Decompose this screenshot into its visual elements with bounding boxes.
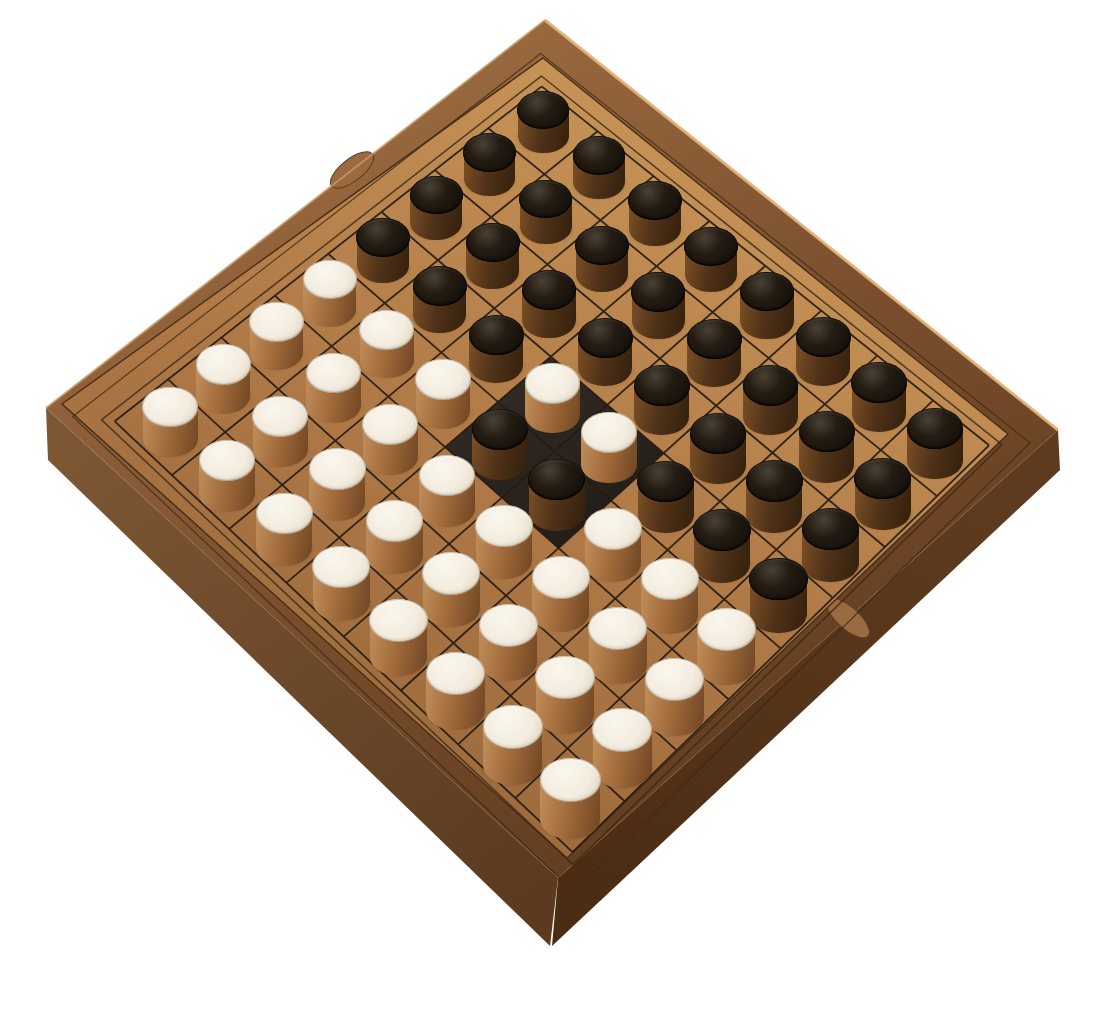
disc-top: [309, 448, 366, 490]
disc-top: [854, 458, 911, 500]
disc-white[interactable]: [199, 440, 256, 512]
disc-top: [631, 272, 685, 312]
disc-black[interactable]: [740, 272, 794, 339]
disc-top: [532, 556, 590, 599]
disc-white[interactable]: [415, 359, 471, 429]
disc-white[interactable]: [641, 558, 699, 634]
disc-top: [422, 552, 480, 595]
disc-white[interactable]: [303, 260, 357, 327]
disc-white[interactable]: [419, 455, 476, 528]
disc-top: [362, 404, 418, 445]
disc-top: [628, 181, 681, 220]
disc-black[interactable]: [684, 227, 738, 293]
disc-top: [522, 270, 576, 310]
disc-top: [584, 508, 642, 550]
disc-black[interactable]: [528, 459, 585, 532]
disc-top: [687, 319, 742, 359]
disc-top: [483, 705, 543, 749]
disc-top: [851, 362, 907, 403]
disc-black[interactable]: [575, 226, 629, 292]
disc-top: [312, 546, 370, 588]
disc-top: [802, 508, 860, 550]
disc-black[interactable]: [356, 218, 410, 284]
disc-black[interactable]: [519, 180, 572, 245]
disc-top: [693, 509, 751, 551]
disc-white[interactable]: [252, 396, 308, 467]
disc-black[interactable]: [466, 223, 520, 289]
disc-top: [303, 260, 357, 300]
disc-top: [196, 344, 251, 385]
disc-top: [634, 365, 690, 406]
disc-top: [573, 136, 626, 174]
disc-top: [142, 387, 198, 428]
disc-top: [690, 413, 746, 454]
disc-top: [415, 359, 471, 400]
disc-black[interactable]: [802, 508, 860, 582]
disc-top: [535, 656, 595, 700]
disc-white[interactable]: [540, 758, 601, 840]
disc-black[interactable]: [907, 408, 963, 479]
disc-top: [637, 461, 694, 503]
disc-black[interactable]: [851, 362, 907, 432]
disc-black[interactable]: [637, 461, 694, 534]
disc-black[interactable]: [578, 318, 633, 387]
disc-white[interactable]: [306, 353, 362, 423]
disc-white[interactable]: [475, 505, 533, 579]
disc-black[interactable]: [799, 411, 855, 482]
disc-top: [249, 302, 304, 342]
disc-top: [540, 758, 601, 803]
disc-black[interactable]: [413, 266, 467, 333]
product-photo-stage: [0, 0, 1100, 1024]
disc-top: [581, 412, 637, 453]
disc-white[interactable]: [535, 656, 595, 735]
disc-top: [907, 408, 963, 449]
discs-layer: [0, 0, 1100, 1024]
disc-white[interactable]: [532, 556, 590, 632]
disc-top: [697, 608, 756, 651]
disc-white[interactable]: [479, 604, 538, 681]
disc-top: [463, 133, 516, 171]
disc-black[interactable]: [469, 315, 524, 384]
disc-top: [749, 558, 807, 601]
disc-white[interactable]: [592, 708, 652, 788]
disc-top: [799, 411, 855, 452]
disc-white[interactable]: [525, 363, 581, 433]
disc-top: [743, 365, 799, 406]
disc-top: [578, 318, 633, 358]
disc-black[interactable]: [854, 458, 911, 531]
disc-top: [475, 505, 533, 547]
disc-white[interactable]: [584, 508, 642, 582]
disc-black[interactable]: [522, 270, 576, 337]
disc-top: [796, 317, 851, 357]
disc-white[interactable]: [256, 493, 313, 567]
disc-top: [356, 218, 410, 257]
disc-top: [684, 227, 738, 266]
disc-white[interactable]: [142, 387, 198, 458]
disc-black[interactable]: [517, 91, 569, 153]
disc-white[interactable]: [483, 705, 543, 785]
disc-black[interactable]: [743, 365, 799, 435]
disc-black[interactable]: [690, 413, 746, 484]
disc-top: [746, 460, 803, 502]
disc-top: [199, 440, 256, 481]
disc-top: [419, 455, 476, 497]
disc-top: [369, 599, 428, 642]
disc-black[interactable]: [463, 133, 516, 196]
disc-top: [592, 708, 652, 752]
disc-top: [588, 607, 647, 650]
disc-top: [575, 226, 629, 265]
disc-black[interactable]: [573, 136, 626, 199]
disc-white[interactable]: [426, 652, 486, 730]
disc-white[interactable]: [312, 546, 370, 621]
disc-top: [479, 604, 538, 647]
disc-top: [517, 91, 569, 129]
disc-top: [641, 558, 699, 601]
disc-top: [525, 363, 581, 404]
disc-black[interactable]: [631, 272, 685, 339]
disc-top: [410, 176, 463, 215]
disc-top: [645, 658, 705, 702]
disc-black[interactable]: [472, 409, 528, 480]
disc-top: [466, 223, 520, 262]
disc-black[interactable]: [634, 365, 690, 435]
disc-black[interactable]: [410, 176, 463, 240]
disc-white[interactable]: [309, 448, 366, 520]
disc-white[interactable]: [359, 310, 414, 378]
disc-white[interactable]: [196, 344, 251, 413]
disc-black[interactable]: [687, 319, 742, 388]
disc-top: [359, 310, 414, 350]
disc-black[interactable]: [693, 509, 751, 583]
disc-white[interactable]: [249, 302, 304, 370]
disc-white[interactable]: [645, 658, 705, 737]
disc-top: [366, 500, 424, 542]
disc-top: [256, 493, 313, 535]
disc-top: [528, 459, 585, 501]
disc-white[interactable]: [362, 404, 418, 475]
disc-white[interactable]: [366, 500, 424, 574]
disc-white[interactable]: [369, 599, 428, 676]
disc-white[interactable]: [697, 608, 756, 685]
disc-white[interactable]: [588, 607, 647, 684]
disc-top: [472, 409, 528, 450]
disc-black[interactable]: [796, 317, 851, 386]
disc-white[interactable]: [422, 552, 480, 628]
disc-black[interactable]: [628, 181, 681, 246]
disc-top: [469, 315, 524, 355]
disc-black[interactable]: [749, 558, 807, 634]
disc-white[interactable]: [581, 412, 637, 483]
disc-black[interactable]: [746, 460, 803, 533]
disc-top: [413, 266, 467, 306]
